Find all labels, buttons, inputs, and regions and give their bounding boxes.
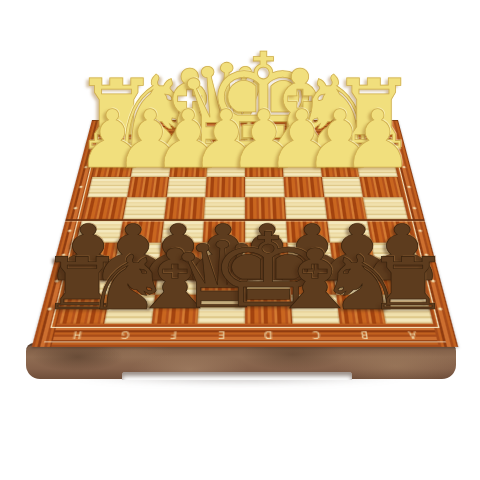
base-foot-recess	[122, 372, 352, 380]
file-label-a: A	[407, 329, 416, 338]
file-label-h: H	[73, 329, 83, 338]
pieces-layer: ♜♞♝♛♚♝♞♜♟♟♟♟♟♟♟♟♟♟♟♟♟♟♟♟♜♞♝♛♚♝♞♜	[0, 0, 480, 480]
file-label-f: F	[170, 329, 177, 338]
file-label-g: G	[121, 329, 131, 338]
chess-set-photo: HGFEDCBA ♜♞♝♛♚♝♞♜♟♟♟♟♟♟♟♟♟♟♟♟♟♟♟♟♜♞♝♛♚♝♞…	[0, 0, 480, 480]
frame-outer-inlay-line	[44, 341, 446, 343]
piece-white-pawn[interactable]: ♟	[342, 100, 414, 180]
piece-black-rook[interactable]: ♜	[366, 248, 451, 320]
file-label-b: B	[360, 329, 369, 338]
file-label-d: D	[264, 329, 273, 338]
file-label-c: C	[312, 329, 320, 338]
file-label-e: E	[218, 329, 225, 338]
